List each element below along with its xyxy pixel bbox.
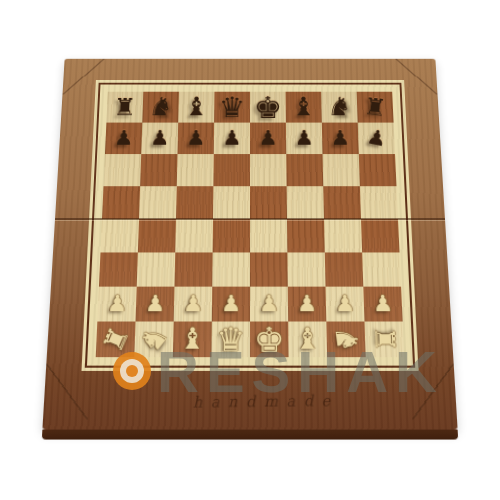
square-b2[interactable]: ♟ [136, 287, 175, 322]
square-b4[interactable] [138, 219, 176, 252]
piece-white-pawn[interactable]: ♟ [221, 293, 241, 316]
square-a7[interactable]: ♟ [105, 123, 142, 154]
square-c5[interactable] [176, 186, 213, 219]
square-f5[interactable] [287, 186, 324, 219]
square-a4[interactable] [100, 219, 139, 252]
square-b5[interactable] [139, 186, 177, 219]
square-c6[interactable] [177, 154, 214, 186]
piece-white-pawn[interactable]: ♟ [107, 293, 128, 316]
piece-white-king[interactable]: ♚ [254, 322, 285, 357]
square-h4[interactable] [361, 219, 400, 252]
piece-white-pawn[interactable]: ♟ [372, 293, 393, 316]
square-a6[interactable] [104, 154, 142, 186]
square-g7[interactable]: ♟ [322, 123, 359, 154]
square-f2[interactable]: ♟ [288, 287, 327, 322]
square-f4[interactable] [287, 219, 325, 252]
piece-white-knight[interactable]: ♞ [135, 320, 174, 359]
square-f6[interactable] [286, 154, 323, 186]
piece-black-pawn[interactable]: ♟ [186, 128, 206, 148]
square-c3[interactable] [174, 252, 212, 286]
square-b7[interactable]: ♟ [141, 123, 178, 154]
piece-white-pawn[interactable]: ♟ [297, 293, 318, 316]
square-g2[interactable]: ♟ [326, 287, 365, 322]
square-a3[interactable] [99, 252, 138, 286]
piece-black-pawn[interactable]: ♟ [222, 128, 241, 148]
square-g5[interactable] [323, 186, 361, 219]
square-f7[interactable]: ♟ [286, 123, 323, 154]
piece-black-pawn[interactable]: ♟ [365, 126, 388, 150]
chess-board-frame: ♜♞♝♛♚♝♞♜♟♟♟♟♟♟♟♟♟♟♟♟♟♟♟♟♜♞♝♛♚♝♞♜ handmad… [42, 59, 457, 430]
square-c8[interactable]: ♝ [178, 92, 214, 123]
square-d8[interactable]: ♛ [214, 92, 250, 123]
piece-black-knight[interactable]: ♞ [327, 94, 352, 119]
square-h5[interactable] [360, 186, 398, 219]
square-h2[interactable]: ♟ [363, 287, 402, 322]
square-d4[interactable] [213, 219, 250, 252]
piece-black-king[interactable]: ♚ [254, 92, 283, 122]
mitre-joint-bottom-right [410, 363, 457, 419]
piece-black-pawn[interactable]: ♟ [258, 128, 277, 148]
chess-board: ♜♞♝♛♚♝♞♜♟♟♟♟♟♟♟♟♟♟♟♟♟♟♟♟♜♞♝♛♚♝♞♜ [96, 92, 405, 357]
piece-white-bishop[interactable]: ♝ [179, 325, 206, 354]
square-h3[interactable] [362, 252, 401, 286]
square-b3[interactable] [137, 252, 176, 286]
square-d1[interactable]: ♛ [211, 322, 250, 358]
piece-black-knight[interactable]: ♞ [148, 94, 173, 119]
piece-white-knight[interactable]: ♞ [330, 325, 362, 354]
square-d3[interactable] [212, 252, 250, 286]
square-d7[interactable]: ♟ [214, 123, 250, 154]
square-g3[interactable] [325, 252, 364, 286]
square-c7[interactable]: ♟ [177, 123, 214, 154]
square-h7[interactable]: ♟ [358, 123, 395, 154]
square-e1[interactable]: ♚ [250, 322, 289, 358]
piece-white-rook[interactable]: ♜ [98, 323, 133, 356]
square-b6[interactable] [140, 154, 177, 186]
square-e3[interactable] [250, 252, 288, 286]
square-c2[interactable]: ♟ [174, 287, 213, 322]
mitre-joint-bottom-left [43, 363, 90, 419]
square-b1[interactable]: ♞ [134, 322, 173, 358]
square-d6[interactable] [213, 154, 250, 186]
piece-white-pawn[interactable]: ♟ [145, 293, 166, 316]
handmade-engraving: handmade [160, 391, 372, 411]
piece-white-bishop[interactable]: ♝ [294, 325, 321, 354]
square-e7[interactable]: ♟ [250, 123, 286, 154]
square-d5[interactable] [213, 186, 250, 219]
piece-black-pawn[interactable]: ♟ [150, 128, 170, 148]
square-g6[interactable] [323, 154, 360, 186]
square-c4[interactable] [175, 219, 213, 252]
square-b8[interactable]: ♞ [142, 92, 179, 123]
piece-black-rook[interactable]: ♜ [363, 94, 388, 120]
piece-black-queen[interactable]: ♛ [219, 93, 246, 121]
board-scene: ♜♞♝♛♚♝♞♜♟♟♟♟♟♟♟♟♟♟♟♟♟♟♟♟♜♞♝♛♚♝♞♜ handmad… [42, 59, 458, 440]
square-a8[interactable]: ♜ [106, 92, 143, 123]
square-f1[interactable]: ♝ [288, 322, 327, 358]
piece-white-pawn[interactable]: ♟ [334, 293, 355, 316]
square-f8[interactable]: ♝ [286, 92, 322, 123]
square-a2[interactable]: ♟ [97, 287, 136, 322]
piece-white-queen[interactable]: ♛ [216, 323, 245, 355]
square-c1[interactable]: ♝ [173, 322, 212, 358]
square-e5[interactable] [250, 186, 287, 219]
square-a1[interactable]: ♜ [96, 322, 136, 358]
piece-black-bishop[interactable]: ♝ [291, 94, 316, 119]
board-front-edge [42, 430, 458, 440]
piece-black-pawn[interactable]: ♟ [114, 128, 134, 148]
piece-black-bishop[interactable]: ♝ [184, 94, 209, 119]
piece-black-rook[interactable]: ♜ [113, 95, 136, 119]
square-h8[interactable]: ♜ [357, 92, 394, 123]
square-f3[interactable] [287, 252, 325, 286]
piece-white-rook[interactable]: ♜ [370, 327, 398, 351]
square-e8[interactable]: ♚ [250, 92, 286, 123]
square-d2[interactable]: ♟ [212, 287, 250, 322]
square-g1[interactable]: ♞ [326, 322, 365, 358]
square-h6[interactable] [359, 154, 397, 186]
piece-white-pawn[interactable]: ♟ [259, 293, 279, 316]
square-g8[interactable]: ♞ [321, 92, 358, 123]
piece-white-pawn[interactable]: ♟ [183, 293, 204, 316]
piece-black-pawn[interactable]: ♟ [294, 128, 314, 148]
photo-stage: ♜♞♝♛♚♝♞♜♟♟♟♟♟♟♟♟♟♟♟♟♟♟♟♟♜♞♝♛♚♝♞♜ handmad… [0, 0, 500, 500]
inlay-border-inner: ♜♞♝♛♚♝♞♜♟♟♟♟♟♟♟♟♟♟♟♟♟♟♟♟♜♞♝♛♚♝♞♜ [85, 83, 415, 368]
square-e2[interactable]: ♟ [250, 287, 288, 322]
square-h1[interactable]: ♜ [364, 322, 404, 358]
square-e4[interactable] [250, 219, 287, 252]
piece-black-pawn[interactable]: ♟ [330, 128, 350, 148]
inlay-border-outer: ♜♞♝♛♚♝♞♜♟♟♟♟♟♟♟♟♟♟♟♟♟♟♟♟♜♞♝♛♚♝♞♜ [81, 80, 418, 371]
square-a5[interactable] [102, 186, 140, 219]
square-g4[interactable] [324, 219, 362, 252]
square-e6[interactable] [250, 154, 287, 186]
